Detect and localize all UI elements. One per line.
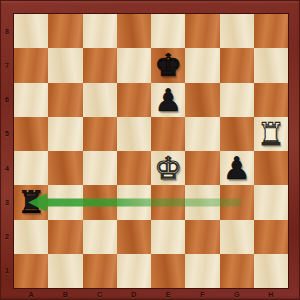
square-b3[interactable] (48, 185, 82, 219)
file-label-b: B (48, 288, 82, 300)
square-e1[interactable] (151, 254, 185, 288)
square-h5[interactable]: ♜ (254, 117, 288, 151)
square-e5[interactable] (151, 117, 185, 151)
piece-black-pawn[interactable]: ♟ (154, 83, 182, 117)
square-b4[interactable] (48, 151, 82, 185)
square-d5[interactable] (117, 117, 151, 151)
file-label-g: G (220, 288, 254, 300)
rank-label-4: 4 (0, 151, 14, 185)
rank-label-1: 1 (0, 254, 14, 288)
square-g6[interactable] (220, 83, 254, 117)
square-d4[interactable] (117, 151, 151, 185)
piece-black-rook[interactable]: ♜ (17, 185, 45, 219)
square-d6[interactable] (117, 83, 151, 117)
square-e2[interactable] (151, 220, 185, 254)
square-f3[interactable] (185, 185, 219, 219)
square-h6[interactable] (254, 83, 288, 117)
square-f2[interactable] (185, 220, 219, 254)
square-e8[interactable] (151, 14, 185, 48)
rank-label-3: 3 (0, 185, 14, 219)
square-h7[interactable] (254, 48, 288, 82)
rank-label-8: 8 (0, 14, 14, 48)
square-a8[interactable] (14, 14, 48, 48)
square-g7[interactable] (220, 48, 254, 82)
square-g1[interactable] (220, 254, 254, 288)
square-d8[interactable] (117, 14, 151, 48)
rank-label-5: 5 (0, 117, 14, 151)
file-label-c: C (83, 288, 117, 300)
rank-label-2: 2 (0, 220, 14, 254)
square-g4[interactable]: ♟ (220, 151, 254, 185)
square-f6[interactable] (185, 83, 219, 117)
square-a7[interactable] (14, 48, 48, 82)
file-label-f: F (185, 288, 219, 300)
square-a5[interactable] (14, 117, 48, 151)
square-g5[interactable] (220, 117, 254, 151)
square-f1[interactable] (185, 254, 219, 288)
square-e4[interactable]: ♚ (151, 151, 185, 185)
square-c2[interactable] (83, 220, 117, 254)
file-label-h: H (254, 288, 288, 300)
chess-board: ♚♟♜♚♟♜ (14, 14, 288, 288)
square-a4[interactable] (14, 151, 48, 185)
piece-white-rook[interactable]: ♜ (257, 117, 285, 151)
piece-black-king[interactable]: ♚ (154, 48, 182, 82)
square-g2[interactable] (220, 220, 254, 254)
square-h3[interactable] (254, 185, 288, 219)
square-h1[interactable] (254, 254, 288, 288)
rank-label-6: 6 (0, 83, 14, 117)
file-label-a: A (14, 288, 48, 300)
square-a3[interactable]: ♜ (14, 185, 48, 219)
square-e3[interactable] (151, 185, 185, 219)
square-d3[interactable] (117, 185, 151, 219)
piece-white-king[interactable]: ♚ (154, 151, 182, 185)
square-a1[interactable] (14, 254, 48, 288)
file-label-e: E (151, 288, 185, 300)
square-b6[interactable] (48, 83, 82, 117)
square-b1[interactable] (48, 254, 82, 288)
square-d1[interactable] (117, 254, 151, 288)
file-labels: ABCDEFGH (14, 288, 288, 300)
square-b7[interactable] (48, 48, 82, 82)
square-d7[interactable] (117, 48, 151, 82)
square-h8[interactable] (254, 14, 288, 48)
square-h2[interactable] (254, 220, 288, 254)
rank-labels: 87654321 (0, 14, 14, 288)
square-a6[interactable] (14, 83, 48, 117)
square-c3[interactable] (83, 185, 117, 219)
square-c5[interactable] (83, 117, 117, 151)
square-h4[interactable] (254, 151, 288, 185)
square-g3[interactable] (220, 185, 254, 219)
square-c4[interactable] (83, 151, 117, 185)
square-e7[interactable]: ♚ (151, 48, 185, 82)
square-e6[interactable]: ♟ (151, 83, 185, 117)
square-d2[interactable] (117, 220, 151, 254)
square-f5[interactable] (185, 117, 219, 151)
square-c6[interactable] (83, 83, 117, 117)
rank-label-7: 7 (0, 48, 14, 82)
square-f4[interactable] (185, 151, 219, 185)
square-c8[interactable] (83, 14, 117, 48)
square-b5[interactable] (48, 117, 82, 151)
file-label-d: D (117, 288, 151, 300)
piece-black-pawn[interactable]: ♟ (223, 151, 251, 185)
square-b8[interactable] (48, 14, 82, 48)
square-g8[interactable] (220, 14, 254, 48)
square-a2[interactable] (14, 220, 48, 254)
square-c7[interactable] (83, 48, 117, 82)
chess-board-frame: 87654321 ABCDEFGH ♚♟♜♚♟♜ (0, 0, 300, 300)
square-b2[interactable] (48, 220, 82, 254)
square-c1[interactable] (83, 254, 117, 288)
square-f7[interactable] (185, 48, 219, 82)
square-f8[interactable] (185, 14, 219, 48)
